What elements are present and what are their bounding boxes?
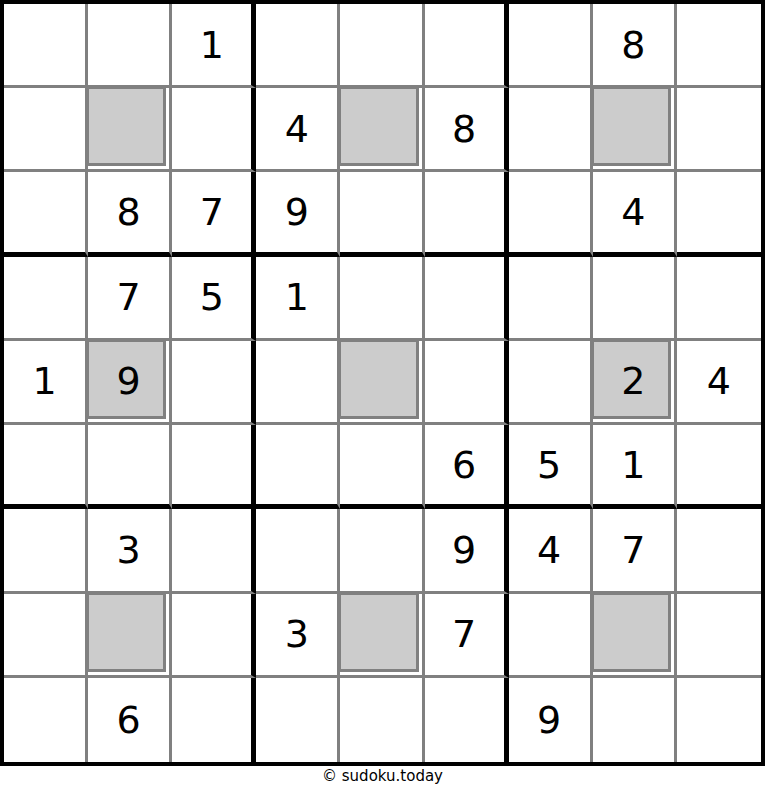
cell-value: 2	[621, 362, 645, 400]
cell-r5c2[interactable]: 9	[88, 341, 172, 425]
cell-r3c7[interactable]	[509, 172, 593, 256]
cell-value: 9	[117, 362, 141, 400]
cell-r6c2[interactable]	[88, 425, 172, 509]
center-dot-shaded-marker	[338, 86, 418, 166]
cell-r4c1[interactable]	[4, 257, 88, 341]
cell-r8c1[interactable]	[4, 594, 88, 678]
cell-r3c5[interactable]	[340, 172, 424, 256]
cell-r7c4[interactable]	[256, 509, 340, 593]
cell-r4c8[interactable]	[593, 257, 677, 341]
cell-r2c5[interactable]	[340, 88, 424, 172]
cell-r3c4[interactable]: 9	[256, 172, 340, 256]
cell-r5c7[interactable]	[509, 341, 593, 425]
cell-r8c6[interactable]: 7	[425, 594, 509, 678]
cell-r3c3[interactable]: 7	[172, 172, 256, 256]
cell-r6c1[interactable]	[4, 425, 88, 509]
cell-r4c5[interactable]	[340, 257, 424, 341]
cell-r1c9[interactable]	[677, 4, 761, 88]
cell-value: 7	[200, 193, 224, 231]
cell-value: 4	[707, 362, 731, 400]
cell-r1c3[interactable]: 1	[172, 4, 256, 88]
center-dot-shaded-marker	[591, 86, 671, 166]
cell-value: 4	[537, 531, 561, 569]
cell-r1c4[interactable]	[256, 4, 340, 88]
cell-value: 3	[285, 615, 309, 653]
cell-r2c9[interactable]	[677, 88, 761, 172]
cell-r1c6[interactable]	[425, 4, 509, 88]
cell-r7c1[interactable]	[4, 509, 88, 593]
cell-r5c6[interactable]	[425, 341, 509, 425]
cell-r1c1[interactable]	[4, 4, 88, 88]
cell-value: 7	[452, 615, 476, 653]
cell-r7c7[interactable]: 4	[509, 509, 593, 593]
cell-r5c4[interactable]	[256, 341, 340, 425]
cell-r4c2[interactable]: 7	[88, 257, 172, 341]
cell-r5c3[interactable]	[172, 341, 256, 425]
cell-value: 9	[537, 701, 561, 739]
cell-r4c6[interactable]	[425, 257, 509, 341]
cell-r2c6[interactable]: 8	[425, 88, 509, 172]
cell-r7c8[interactable]: 7	[593, 509, 677, 593]
cell-value: 5	[537, 446, 561, 484]
cell-r7c3[interactable]	[172, 509, 256, 593]
cell-r3c6[interactable]	[425, 172, 509, 256]
cell-r7c2[interactable]: 3	[88, 509, 172, 593]
cell-value: 1	[621, 446, 645, 484]
cell-r8c5[interactable]	[340, 594, 424, 678]
cell-r2c2[interactable]	[88, 88, 172, 172]
cell-r2c3[interactable]	[172, 88, 256, 172]
center-dot-shaded-marker	[86, 592, 166, 672]
cell-r7c9[interactable]	[677, 509, 761, 593]
cell-r4c7[interactable]	[509, 257, 593, 341]
cell-r9c2[interactable]: 6	[88, 678, 172, 762]
cell-r5c1[interactable]: 1	[4, 341, 88, 425]
cell-r4c9[interactable]	[677, 257, 761, 341]
cell-r1c8[interactable]: 8	[593, 4, 677, 88]
cell-value: 7	[621, 531, 645, 569]
cell-r9c8[interactable]	[593, 678, 677, 762]
cell-r6c5[interactable]	[340, 425, 424, 509]
cell-value: 6	[452, 446, 476, 484]
cell-value: 9	[285, 193, 309, 231]
center-dot-shaded-marker	[86, 86, 166, 166]
cell-r8c3[interactable]	[172, 594, 256, 678]
cell-r3c8[interactable]: 4	[593, 172, 677, 256]
cell-value: 8	[117, 193, 141, 231]
cell-r7c5[interactable]	[340, 509, 424, 593]
cell-r8c8[interactable]	[593, 594, 677, 678]
cell-r6c3[interactable]	[172, 425, 256, 509]
center-dot-shaded-marker	[591, 592, 671, 672]
cell-value: 7	[117, 278, 141, 316]
cell-r5c5[interactable]	[340, 341, 424, 425]
cell-value: 1	[285, 278, 309, 316]
cell-r6c4[interactable]	[256, 425, 340, 509]
cell-r8c4[interactable]: 3	[256, 594, 340, 678]
cell-value: 1	[32, 362, 56, 400]
cell-r7c6[interactable]: 9	[425, 509, 509, 593]
cell-r3c1[interactable]	[4, 172, 88, 256]
cell-r2c4[interactable]: 4	[256, 88, 340, 172]
cell-r9c9[interactable]	[677, 678, 761, 762]
cell-r1c7[interactable]	[509, 4, 593, 88]
cell-r5c9[interactable]: 4	[677, 341, 761, 425]
cell-r2c7[interactable]	[509, 88, 593, 172]
cell-value: 4	[285, 110, 309, 148]
cell-r8c9[interactable]	[677, 594, 761, 678]
cell-r9c4[interactable]	[256, 678, 340, 762]
center-dot-shaded-marker	[338, 339, 418, 419]
cell-r4c3[interactable]: 5	[172, 257, 256, 341]
cell-value: 1	[200, 26, 224, 64]
cell-r2c1[interactable]	[4, 88, 88, 172]
cell-r6c7[interactable]: 5	[509, 425, 593, 509]
cell-r8c7[interactable]	[509, 594, 593, 678]
site-credit: © sudoku.today	[322, 767, 443, 785]
cell-r1c2[interactable]	[88, 4, 172, 88]
cell-value: 9	[452, 531, 476, 569]
cell-r6c8[interactable]: 1	[593, 425, 677, 509]
cell-r6c9[interactable]	[677, 425, 761, 509]
cell-r8c2[interactable]	[88, 594, 172, 678]
cell-value: 8	[452, 110, 476, 148]
cell-r9c7[interactable]: 9	[509, 678, 593, 762]
cell-r2c8[interactable]	[593, 88, 677, 172]
cell-r6c6[interactable]: 6	[425, 425, 509, 509]
cell-r3c2[interactable]: 8	[88, 172, 172, 256]
cell-value: 5	[200, 278, 224, 316]
sudoku-page: 18488794751192465139473769 © sudoku.toda…	[0, 0, 765, 785]
footer: © sudoku.today	[0, 766, 765, 785]
cell-r3c9[interactable]	[677, 172, 761, 256]
sudoku-board: 18488794751192465139473769	[0, 0, 765, 766]
center-dot-shaded-marker	[338, 592, 418, 672]
cell-value: 6	[117, 701, 141, 739]
cell-value: 8	[621, 26, 645, 64]
cell-r5c8[interactable]: 2	[593, 341, 677, 425]
cell-r9c1[interactable]	[4, 678, 88, 762]
cell-r4c4[interactable]: 1	[256, 257, 340, 341]
cell-r9c6[interactable]	[425, 678, 509, 762]
cell-r9c5[interactable]	[340, 678, 424, 762]
cell-r1c5[interactable]	[340, 4, 424, 88]
cell-r9c3[interactable]	[172, 678, 256, 762]
cell-value: 4	[621, 193, 645, 231]
cell-value: 3	[117, 531, 141, 569]
